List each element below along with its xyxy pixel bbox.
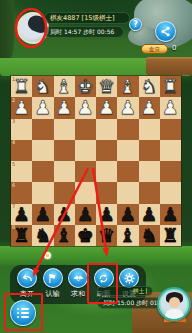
white-knight: ♞: [141, 76, 158, 97]
square-a6[interactable]: [160, 182, 181, 203]
square-g8[interactable]: ♞: [32, 225, 53, 246]
square-b4[interactable]: [139, 140, 160, 161]
black-knight: ♞: [141, 225, 158, 246]
square-h2[interactable]: 2♟: [11, 97, 32, 118]
rank-label: 2: [12, 98, 15, 103]
square-f2[interactable]: ♟: [54, 97, 75, 118]
square-a1[interactable]: ♜: [160, 76, 181, 97]
leave-button[interactable]: 离开: [15, 268, 39, 299]
black-pawn: ♟: [98, 204, 115, 225]
rank-label: 3: [12, 119, 15, 124]
square-c3[interactable]: [117, 119, 138, 140]
square-g7[interactable]: ♟: [32, 204, 53, 225]
square-d2[interactable]: ♟: [96, 97, 117, 118]
opponent-timer-text: 局时 14:57 步时 00:56: [50, 28, 114, 37]
black-pawn: ♟: [162, 204, 179, 225]
black-bishop: ♝: [119, 225, 136, 246]
self-rank-fragment: 棋士]: [133, 287, 147, 296]
square-b5[interactable]: [139, 161, 160, 182]
square-b7[interactable]: ♟: [139, 204, 160, 225]
handshake-icon: [72, 272, 85, 285]
white-pawn: ♟: [162, 97, 179, 118]
square-f7[interactable]: ♟: [54, 204, 75, 225]
square-c7[interactable]: ♟: [117, 204, 138, 225]
white-knight: ♞: [34, 76, 51, 97]
grass-strip-top: [0, 58, 192, 76]
square-e7[interactable]: ♟: [75, 204, 96, 225]
square-h1[interactable]: 1♜: [11, 76, 32, 97]
square-c4[interactable]: [117, 140, 138, 161]
black-pawn: ♟: [77, 204, 94, 225]
square-e4[interactable]: [75, 140, 96, 161]
square-d3[interactable]: [96, 119, 117, 140]
square-a5[interactable]: [160, 161, 181, 182]
refresh-icon: [97, 272, 110, 285]
draw-label: 求和: [71, 289, 85, 299]
currency-badge[interactable]: 金豆: [141, 44, 168, 54]
wooden-fence: [146, 57, 192, 75]
rank-label: 8: [12, 225, 15, 230]
square-f4[interactable]: [54, 140, 75, 161]
square-a2[interactable]: ♟: [160, 97, 181, 118]
square-h7[interactable]: 7♟: [11, 204, 32, 225]
white-pawn: ♟: [13, 97, 30, 118]
black-knight: ♞: [34, 225, 51, 246]
square-d7[interactable]: ♟: [96, 204, 117, 225]
white-pawn: ♟: [141, 97, 158, 118]
currency-value: 0: [172, 44, 176, 52]
square-b8[interactable]: ♞: [139, 225, 160, 246]
square-g2[interactable]: ♟: [32, 97, 53, 118]
square-e1[interactable]: ♚: [75, 76, 96, 97]
square-f1[interactable]: ♝: [54, 76, 75, 97]
white-rook: ♜: [13, 76, 30, 97]
back-arrow-icon: [21, 272, 34, 285]
square-b1[interactable]: ♞: [139, 76, 160, 97]
white-pawn: ♟: [98, 97, 115, 118]
square-f6[interactable]: [54, 182, 75, 203]
square-g1[interactable]: ♞: [32, 76, 53, 97]
rank-label: 6: [12, 183, 15, 188]
gear-icon: [123, 272, 136, 285]
black-bishop: ♝: [56, 225, 73, 246]
square-h5[interactable]: 5: [11, 161, 32, 182]
move-list-button[interactable]: [10, 300, 36, 326]
square-a7[interactable]: ♟: [160, 204, 181, 225]
square-b6[interactable]: [139, 182, 160, 203]
white-pawn: ♟: [34, 97, 51, 118]
square-g3[interactable]: [32, 119, 53, 140]
draw-button[interactable]: 求和: [66, 268, 90, 299]
rank-label: 4: [12, 140, 15, 145]
leave-label: 离开: [20, 289, 34, 299]
rank-label: 5: [12, 162, 15, 167]
self-timer: 局时 15:00 步时 01:00: [97, 297, 161, 309]
square-f5[interactable]: [54, 161, 75, 182]
square-h8[interactable]: 8♜: [11, 225, 32, 246]
square-f3[interactable]: [54, 119, 75, 140]
square-c8[interactable]: ♝: [117, 225, 138, 246]
square-c6[interactable]: [117, 182, 138, 203]
help-button[interactable]: ?: [129, 18, 142, 31]
black-pawn: ♟: [56, 204, 73, 225]
game-screen: 棋友4887 [15级棋士] 局时 14:57 步时 00:56 ? 金豆 0 …: [0, 0, 192, 333]
square-d8[interactable]: ♛: [96, 225, 117, 246]
rank-label: 7: [12, 204, 15, 209]
white-queen: ♛: [98, 76, 115, 97]
black-pawn: ♟: [119, 204, 136, 225]
square-h3[interactable]: 3: [11, 119, 32, 140]
square-b3[interactable]: [139, 119, 160, 140]
square-a3[interactable]: [160, 119, 181, 140]
chess-board[interactable]: 1♜♞♝♚♛♝♞♜2♟♟♟♟♟♟♟♟34567♟♟♟♟♟♟♟♟8♜♞♝♚♛♝♞♜: [11, 76, 181, 246]
square-c5[interactable]: [117, 161, 138, 182]
square-d6[interactable]: [96, 182, 117, 203]
white-pawn: ♟: [56, 97, 73, 118]
opponent-name: 棋友4887 [15级棋士]: [50, 14, 114, 23]
black-pawn: ♟: [34, 204, 51, 225]
square-e6[interactable]: [75, 182, 96, 203]
opponent-name-badge: 棋友4887 [15级棋士]: [44, 12, 130, 24]
question-mark-icon: ?: [133, 20, 138, 29]
resign-label: 认输: [46, 289, 60, 299]
square-e5[interactable]: [75, 161, 96, 182]
white-pawn: ♟: [119, 97, 136, 118]
avatar-face: [169, 297, 180, 308]
black-queen: ♛: [98, 225, 115, 246]
grass-strip-bottom: [0, 246, 192, 266]
tree-trunk: [0, 0, 14, 64]
square-h4[interactable]: 4: [11, 140, 32, 161]
move-list-icon: [17, 308, 29, 318]
black-pawn: ♟: [141, 204, 158, 225]
currency-label: 金豆: [149, 46, 160, 53]
square-a8[interactable]: ♜: [160, 225, 181, 246]
square-e2[interactable]: ♟: [75, 97, 96, 118]
rank-label: 1: [12, 77, 15, 82]
white-flag-icon: [46, 272, 59, 285]
resign-button[interactable]: 认输: [41, 268, 65, 299]
square-e8[interactable]: ♚: [75, 225, 96, 246]
share-button[interactable]: [155, 21, 176, 42]
opponent-timer: 局时 14:57 步时 00:56: [44, 26, 124, 38]
square-g5[interactable]: [32, 161, 53, 182]
square-h6[interactable]: 6: [11, 182, 32, 203]
white-rook: ♜: [162, 76, 179, 97]
black-king: ♚: [77, 225, 94, 246]
avatar-shirt: [165, 309, 184, 321]
square-g4[interactable]: [32, 140, 53, 161]
square-d5[interactable]: [96, 161, 117, 182]
white-bishop: ♝: [56, 76, 73, 97]
square-c2[interactable]: ♟: [117, 97, 138, 118]
square-f8[interactable]: ♝: [54, 225, 75, 246]
black-rook: ♜: [162, 225, 179, 246]
square-e3[interactable]: [75, 119, 96, 140]
flower: [44, 252, 51, 259]
white-pawn: ♟: [77, 97, 94, 118]
square-b2[interactable]: ♟: [139, 97, 160, 118]
white-king: ♚: [77, 76, 94, 97]
share-icon: [159, 25, 172, 38]
square-c1[interactable]: ♝: [117, 76, 138, 97]
white-bishop: ♝: [119, 76, 136, 97]
square-d1[interactable]: ♛: [96, 76, 117, 97]
self-avatar[interactable]: [157, 287, 191, 321]
black-rook: ♜: [13, 225, 30, 246]
self-rank-badge: 棋士]: [97, 286, 153, 296]
square-d4[interactable]: [96, 140, 117, 161]
square-a4[interactable]: [160, 140, 181, 161]
black-pawn: ♟: [13, 204, 30, 225]
square-g6[interactable]: [32, 182, 53, 203]
self-timer-text: 局时 15:00 步时 01:00: [103, 299, 161, 308]
